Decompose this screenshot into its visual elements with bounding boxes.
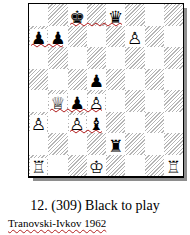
square-a1: ♖	[29, 155, 48, 177]
square-d1: ♔	[87, 155, 106, 177]
square-b5	[48, 69, 67, 91]
page-background: ♚♛♟♟♙♟♕♟♙♙♙♝♜♖♔♖ 12. (309) Black to play…	[0, 0, 190, 235]
square-f2	[125, 133, 144, 155]
black-bishop-d3: ♝	[88, 115, 105, 133]
square-a7: ♟	[29, 26, 48, 48]
square-g3	[145, 112, 164, 134]
square-g7	[145, 26, 164, 48]
square-d4: ♙	[87, 90, 106, 112]
square-g2	[145, 133, 164, 155]
square-f4	[125, 90, 144, 112]
white-rook-h1: ♖	[165, 158, 182, 176]
chess-board: ♚♛♟♟♙♟♕♟♙♙♙♝♜♖♔♖	[29, 4, 183, 176]
square-d3: ♝	[87, 112, 106, 134]
square-b2	[48, 133, 67, 155]
square-c1	[68, 155, 87, 177]
square-h3	[164, 112, 183, 134]
black-king-c8: ♚	[69, 8, 86, 26]
black-pawn-d5: ♟	[88, 72, 105, 90]
square-d6	[87, 47, 106, 69]
black-queen-e8: ♛	[107, 8, 124, 26]
black-pawn-a7: ♟	[30, 29, 47, 47]
square-c4: ♟	[68, 90, 87, 112]
square-g4	[145, 90, 164, 112]
white-pawn-f7: ♙	[126, 29, 143, 47]
square-g6	[145, 47, 164, 69]
white-pawn-a3: ♙	[30, 115, 47, 133]
square-f7: ♙	[125, 26, 144, 48]
square-h8	[164, 4, 183, 26]
square-f5	[125, 69, 144, 91]
square-a8	[29, 4, 48, 26]
square-a6	[29, 47, 48, 69]
square-h2	[164, 133, 183, 155]
square-b8	[48, 4, 67, 26]
square-f6	[125, 47, 144, 69]
square-e7	[106, 26, 125, 48]
black-rook-e2: ♜	[107, 137, 124, 155]
chess-board-frame: ♚♛♟♟♙♟♕♟♙♙♙♝♜♖♔♖	[28, 3, 184, 178]
square-e5	[106, 69, 125, 91]
diagram-caption: 12. (309) Black to play	[0, 198, 190, 214]
white-rook-a1: ♖	[30, 158, 47, 176]
square-a4	[29, 90, 48, 112]
white-king-d1: ♔	[88, 158, 105, 176]
square-c7	[68, 26, 87, 48]
white-queen-b4: ♕	[49, 94, 66, 112]
square-e4	[106, 90, 125, 112]
square-d5: ♟	[87, 69, 106, 91]
square-a3: ♙	[29, 112, 48, 134]
square-h4	[164, 90, 183, 112]
square-e1	[106, 155, 125, 177]
square-c6	[68, 47, 87, 69]
square-b1	[48, 155, 67, 177]
square-d7	[87, 26, 106, 48]
white-pawn-c3: ♙	[69, 115, 86, 133]
square-f8	[125, 4, 144, 26]
square-d2	[87, 133, 106, 155]
square-c2	[68, 133, 87, 155]
black-pawn-b7: ♟	[49, 29, 66, 47]
square-h5	[164, 69, 183, 91]
game-source-caption: Tranovski-Ivkov 1962	[8, 217, 106, 229]
square-e6	[106, 47, 125, 69]
square-g1	[145, 155, 164, 177]
square-e2: ♜	[106, 133, 125, 155]
square-g8	[145, 4, 164, 26]
square-a5	[29, 69, 48, 91]
square-b6	[48, 47, 67, 69]
square-b3	[48, 112, 67, 134]
square-d8	[87, 4, 106, 26]
square-b4: ♕	[48, 90, 67, 112]
square-f1	[125, 155, 144, 177]
square-a2	[29, 133, 48, 155]
square-h1: ♖	[164, 155, 183, 177]
square-c5	[68, 69, 87, 91]
square-g5	[145, 69, 164, 91]
square-c8: ♚	[68, 4, 87, 26]
white-pawn-d4: ♙	[88, 94, 105, 112]
square-h6	[164, 47, 183, 69]
black-pawn-c4: ♟	[69, 94, 86, 112]
square-e3	[106, 112, 125, 134]
square-c3: ♙	[68, 112, 87, 134]
square-f3	[125, 112, 144, 134]
square-h7	[164, 26, 183, 48]
square-e8: ♛	[106, 4, 125, 26]
square-b7: ♟	[48, 26, 67, 48]
